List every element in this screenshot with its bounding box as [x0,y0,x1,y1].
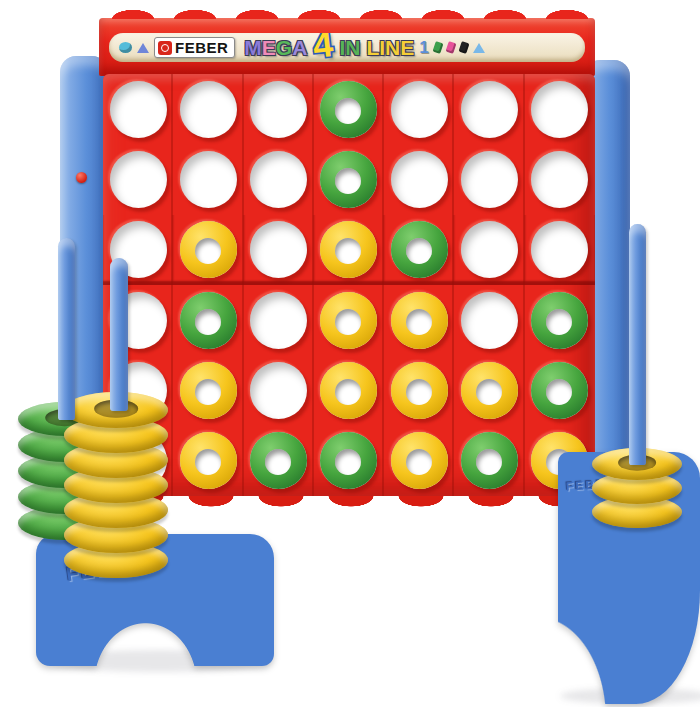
cell-r2c1[interactable] [103,144,173,214]
hole [391,151,448,208]
cell-r4c5[interactable] [384,285,454,355]
hole [320,292,377,349]
cell-r3c7[interactable] [525,215,595,285]
hole [320,81,377,138]
yellow-ring-piece [320,362,377,419]
cell-r6c3[interactable] [244,426,314,496]
hole [461,221,518,278]
cell-r2c7[interactable] [525,144,595,214]
cell-r3c5[interactable] [384,215,454,285]
hole [320,362,377,419]
cell-r5c7[interactable] [525,355,595,425]
hole [461,81,518,138]
cell-r2c3[interactable] [244,144,314,214]
title-word: MEGA [244,37,307,58]
confetti-block-icon [432,41,443,54]
cell-r6c4[interactable] [314,426,384,496]
cell-r5c6[interactable] [454,355,524,425]
green-ring-piece [320,151,377,208]
hole [250,221,307,278]
hole [180,151,237,208]
title-word: 4 [313,33,333,62]
game-title: MEGA4INLINE [244,33,414,62]
title-letter: 4 [312,33,336,62]
green-ring-piece [320,432,377,489]
hole [180,292,237,349]
hole [250,151,307,208]
confetti-block-icon [458,41,469,54]
cell-r3c2[interactable] [173,215,243,285]
yellow-ring-piece [391,362,448,419]
confetti-right: 1 [419,38,484,58]
cell-r5c5[interactable] [384,355,454,425]
hole [461,432,518,489]
cell-r1c3[interactable] [244,74,314,144]
confetti-num-icon: 1 [419,38,428,58]
cell-r2c6[interactable] [454,144,524,214]
title-letter: N [345,37,360,58]
title-letter: A [292,37,307,58]
hole [531,362,588,419]
hole [391,362,448,419]
cell-r2c5[interactable] [384,144,454,214]
hole [250,292,307,349]
title-word: IN [339,37,360,58]
green-ring-piece [320,81,377,138]
cell-r1c2[interactable] [173,74,243,144]
hole [461,362,518,419]
left-yellow-ring-stack [64,392,168,578]
hole [250,362,307,419]
green-ring-piece [180,292,237,349]
hole [110,81,167,138]
hole [180,432,237,489]
hole [531,151,588,208]
hole [180,81,237,138]
banner: FEBER MEGA4INLINE 1 [99,18,595,76]
hole [250,81,307,138]
cell-r4c4[interactable] [314,285,384,355]
title-letter: N [385,37,400,58]
yellow-ring-piece [180,221,237,278]
hole [461,151,518,208]
confetti-left [119,42,149,53]
cell-r2c2[interactable] [173,144,243,214]
hole [391,292,448,349]
cell-r1c7[interactable] [525,74,595,144]
hole [320,432,377,489]
hole [531,221,588,278]
feber-logo: FEBER [154,37,235,58]
green-ring-piece [531,292,588,349]
board-grid [103,74,595,496]
confetti-tri-icon [137,43,149,53]
green-ring-piece [531,362,588,419]
hole [531,292,588,349]
cell-r6c6[interactable] [454,426,524,496]
left-outer-ring-post [58,238,75,420]
cell-r6c5[interactable] [384,426,454,496]
cell-r4c7[interactable] [525,285,595,355]
title-word: LINE [366,37,414,58]
cell-r1c1[interactable] [103,74,173,144]
feber-brand-text: FEBER [175,39,228,56]
cell-r4c2[interactable] [173,285,243,355]
cell-r6c2[interactable] [173,426,243,496]
title-letter: E [262,37,276,58]
hole [110,151,167,208]
left-inner-ring-post [110,258,128,411]
hole [250,432,307,489]
cell-r3c4[interactable] [314,215,384,285]
cell-r4c3[interactable] [244,285,314,355]
hole [391,432,448,489]
hole [391,81,448,138]
yellow-ring-piece [180,362,237,419]
cell-r1c6[interactable] [454,74,524,144]
green-ring-piece [461,432,518,489]
cell-r5c2[interactable] [173,355,243,425]
hole [461,292,518,349]
title-letter: M [244,37,262,58]
green-ring-piece [250,432,307,489]
yellow-ring-piece [391,432,448,489]
confetti-disc-icon [119,42,132,53]
hole [320,151,377,208]
cell-r2c4[interactable] [314,144,384,214]
cell-r3c6[interactable] [454,215,524,285]
cell-r1c4[interactable] [314,74,384,144]
yellow-ring-piece [320,292,377,349]
yellow-ring-piece [320,221,377,278]
yellow-ring-piece [180,432,237,489]
title-letter: G [276,37,292,58]
yellow-ring-piece [391,292,448,349]
cell-r3c3[interactable] [244,215,314,285]
cell-r5c3[interactable] [244,355,314,425]
hole [180,362,237,419]
feber-mascot-icon [158,41,172,55]
confetti-tri-icon [473,43,485,53]
board [103,74,595,496]
right-ring-post [629,224,646,465]
title-letter: L [366,37,379,58]
green-ring-piece [391,221,448,278]
confetti-block-icon [445,41,456,54]
hole [531,81,588,138]
cell-r4c6[interactable] [454,285,524,355]
red-knob-upper [76,172,87,183]
cell-r5c4[interactable] [314,355,384,425]
yellow-ring-piece [461,362,518,419]
hole [391,221,448,278]
cell-r1c5[interactable] [384,74,454,144]
banner-strip: FEBER MEGA4INLINE 1 [109,33,585,62]
scene: FEBER MEGA4INLINE 1 FEBER FEBER [0,0,700,707]
title-letter: E [400,37,414,58]
hole [180,221,237,278]
hole [320,221,377,278]
